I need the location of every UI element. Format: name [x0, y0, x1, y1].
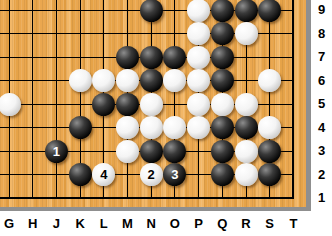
black-stone-L5[interactable]	[92, 93, 115, 116]
black-stone-R9[interactable]	[235, 0, 258, 22]
black-stone-M7[interactable]	[116, 46, 139, 69]
grid-vertical-line	[56, 0, 57, 199]
black-stone-N3[interactable]	[140, 140, 163, 163]
black-stone-Q8[interactable]	[211, 22, 234, 45]
grid-horizontal-line	[0, 197, 294, 199]
column-label-L: L	[93, 215, 115, 233]
column-label-Q: Q	[211, 215, 233, 233]
black-stone-N7[interactable]	[140, 46, 163, 69]
move-number-label: 3	[171, 168, 178, 181]
go-diagram: 1423 GHJKLMNOPQRST 987654321	[0, 0, 332, 236]
black-stone-R4[interactable]	[235, 116, 258, 139]
row-label-5: 5	[311, 96, 332, 112]
move-number-label: 4	[100, 168, 107, 181]
black-stone-J3[interactable]: 1	[45, 140, 68, 163]
white-stone-R2[interactable]	[235, 163, 258, 186]
column-label-K: K	[69, 215, 91, 233]
white-stone-N5[interactable]	[140, 93, 163, 116]
row-label-1: 1	[311, 190, 332, 206]
grid-vertical-line	[292, 0, 294, 199]
black-stone-Q3[interactable]	[211, 140, 234, 163]
column-label-R: R	[235, 215, 257, 233]
white-stone-O6[interactable]	[163, 69, 186, 92]
white-stone-N4[interactable]	[140, 116, 163, 139]
column-label-P: P	[188, 215, 210, 233]
white-stone-S4[interactable]	[258, 116, 281, 139]
move-number-label: 2	[148, 168, 155, 181]
white-stone-K6[interactable]	[69, 69, 92, 92]
go-board[interactable]: 1423	[0, 0, 306, 207]
white-stone-Q5[interactable]	[211, 93, 234, 116]
white-stone-P8[interactable]	[187, 22, 210, 45]
black-stone-K2[interactable]	[69, 163, 92, 186]
white-stone-P4[interactable]	[187, 116, 210, 139]
white-stone-R8[interactable]	[235, 22, 258, 45]
black-stone-S2[interactable]	[258, 163, 281, 186]
row-label-3: 3	[311, 143, 332, 159]
white-stone-M3[interactable]	[116, 140, 139, 163]
row-label-2: 2	[311, 167, 332, 183]
row-label-8: 8	[311, 26, 332, 42]
white-stone-N2[interactable]: 2	[140, 163, 163, 186]
white-stone-L2[interactable]: 4	[92, 163, 115, 186]
white-stone-R3[interactable]	[235, 140, 258, 163]
grid-vertical-line	[32, 0, 33, 199]
column-label-H: H	[22, 215, 44, 233]
white-stone-M4[interactable]	[116, 116, 139, 139]
black-stone-S9[interactable]	[258, 0, 281, 22]
black-stone-S3[interactable]	[258, 140, 281, 163]
row-label-6: 6	[311, 73, 332, 89]
black-stone-M5[interactable]	[116, 93, 139, 116]
black-stone-K4[interactable]	[69, 116, 92, 139]
white-stone-O4[interactable]	[163, 116, 186, 139]
black-stone-O2[interactable]: 3	[163, 163, 186, 186]
row-label-9: 9	[311, 2, 332, 18]
column-label-M: M	[117, 215, 139, 233]
board-frame-bottom	[0, 207, 311, 211]
white-stone-M6[interactable]	[116, 69, 139, 92]
white-stone-S6[interactable]	[258, 69, 281, 92]
column-label-T: T	[282, 215, 304, 233]
black-stone-Q9[interactable]	[211, 0, 234, 22]
white-stone-P9[interactable]	[187, 0, 210, 22]
black-stone-Q7[interactable]	[211, 46, 234, 69]
row-label-4: 4	[311, 120, 332, 136]
black-stone-N6[interactable]	[140, 69, 163, 92]
black-stone-O7[interactable]	[163, 46, 186, 69]
column-label-G: G	[0, 215, 20, 233]
column-label-S: S	[259, 215, 281, 233]
black-stone-Q6[interactable]	[211, 69, 234, 92]
column-label-J: J	[45, 215, 67, 233]
black-stone-Q4[interactable]	[211, 116, 234, 139]
white-stone-P5[interactable]	[187, 93, 210, 116]
white-stone-R5[interactable]	[235, 93, 258, 116]
white-stone-L6[interactable]	[92, 69, 115, 92]
move-number-label: 1	[53, 145, 60, 158]
column-label-N: N	[140, 215, 162, 233]
white-stone-P7[interactable]	[187, 46, 210, 69]
column-label-O: O	[164, 215, 186, 233]
white-stone-G5[interactable]	[0, 93, 21, 116]
black-stone-Q2[interactable]	[211, 163, 234, 186]
black-stone-O3[interactable]	[163, 140, 186, 163]
white-stone-P6[interactable]	[187, 69, 210, 92]
row-label-7: 7	[311, 49, 332, 65]
black-stone-N9[interactable]	[140, 0, 163, 22]
